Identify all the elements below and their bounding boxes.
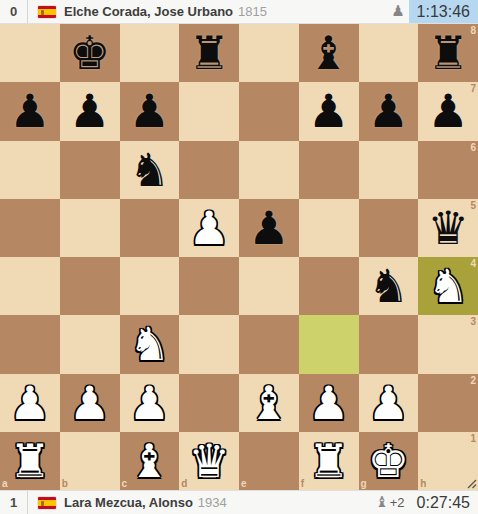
bottom-player-clock: 0:27:45 <box>409 491 478 514</box>
square-d4[interactable] <box>179 257 239 315</box>
square-c4[interactable] <box>120 257 180 315</box>
square-d1[interactable]: ♛d <box>179 432 239 490</box>
white-pawn: ♟ <box>368 380 409 426</box>
black-pawn: ♟ <box>248 205 289 251</box>
material-advantage: +2 <box>390 496 405 509</box>
square-f4[interactable] <box>299 257 359 315</box>
square-d3[interactable] <box>179 315 239 373</box>
white-bishop: ♝ <box>248 380 289 426</box>
square-f1[interactable]: ♜f <box>299 432 359 490</box>
square-e6[interactable] <box>239 141 299 199</box>
square-e2[interactable]: ♝ <box>239 374 299 432</box>
square-h6[interactable]: 6 <box>418 141 478 199</box>
rank-label: 6 <box>470 143 476 153</box>
square-f7[interactable]: ♟ <box>299 82 359 140</box>
bottom-player-score: 1 <box>0 491 28 514</box>
square-g2[interactable]: ♟ <box>359 374 419 432</box>
file-label: a <box>2 479 8 489</box>
bottom-player-bar: 1 Lara Mezcua, Alonso 1934 ♝+2 0:27:45 <box>0 490 478 514</box>
square-a4[interactable] <box>0 257 60 315</box>
top-player-bar: 0 Elche Corada, Jose Urbano 1815 ♟ 1:13:… <box>0 0 478 24</box>
top-player-clock: 1:13:46 <box>409 0 478 23</box>
square-e8[interactable] <box>239 24 299 82</box>
top-player-rating: 1815 <box>238 4 267 19</box>
square-d8[interactable]: ♜ <box>179 24 239 82</box>
square-g6[interactable] <box>359 141 419 199</box>
square-b5[interactable] <box>60 199 120 257</box>
square-b8[interactable]: ♚ <box>60 24 120 82</box>
white-pawn: ♟ <box>129 380 170 426</box>
file-label: h <box>420 479 426 489</box>
square-g4[interactable]: ♞ <box>359 257 419 315</box>
square-f5[interactable] <box>299 199 359 257</box>
square-b4[interactable] <box>60 257 120 315</box>
square-g7[interactable]: ♟ <box>359 82 419 140</box>
black-pawn: ♟ <box>9 88 50 134</box>
square-g3[interactable] <box>359 315 419 373</box>
square-g5[interactable] <box>359 199 419 257</box>
square-c2[interactable]: ♟ <box>120 374 180 432</box>
square-a3[interactable] <box>0 315 60 373</box>
square-e1[interactable]: e <box>239 432 299 490</box>
white-queen: ♛ <box>189 438 230 484</box>
rank-label: 7 <box>470 84 476 94</box>
white-rook: ♜ <box>9 438 50 484</box>
top-player-name: Elche Corada, Jose Urbano <box>64 4 233 19</box>
file-label: b <box>62 479 68 489</box>
black-pawn: ♟ <box>129 88 170 134</box>
black-pawn: ♟ <box>69 88 110 134</box>
white-knight: ♞ <box>129 321 170 367</box>
black-knight: ♞ <box>368 263 409 309</box>
square-c7[interactable]: ♟ <box>120 82 180 140</box>
square-h3[interactable]: 3 <box>418 315 478 373</box>
square-e5[interactable]: ♟ <box>239 199 299 257</box>
file-label: c <box>122 479 128 489</box>
rank-label: 4 <box>470 259 476 269</box>
square-b1[interactable]: b <box>60 432 120 490</box>
square-a8[interactable] <box>0 24 60 82</box>
bottom-player-name: Lara Mezcua, Alonso <box>64 495 193 510</box>
bishop-icon: ♝+2 <box>375 495 404 510</box>
square-e3[interactable] <box>239 315 299 373</box>
square-d6[interactable] <box>179 141 239 199</box>
rank-label: 2 <box>470 376 476 386</box>
square-c8[interactable] <box>120 24 180 82</box>
square-a2[interactable]: ♟ <box>0 374 60 432</box>
white-pawn: ♟ <box>308 380 349 426</box>
flag-emblem <box>41 501 44 506</box>
square-f6[interactable] <box>299 141 359 199</box>
white-bishop: ♝ <box>129 438 170 484</box>
white-pawn: ♟ <box>9 380 50 426</box>
bottom-player-rating: 1934 <box>198 495 227 510</box>
square-a5[interactable] <box>0 199 60 257</box>
square-c6[interactable]: ♞ <box>120 141 180 199</box>
black-bishop: ♝ <box>308 30 349 76</box>
square-c1[interactable]: ♝c <box>120 432 180 490</box>
square-d7[interactable] <box>179 82 239 140</box>
rank-label: 1 <box>470 434 476 444</box>
square-a7[interactable]: ♟ <box>0 82 60 140</box>
file-label: g <box>361 479 367 489</box>
white-rook: ♜ <box>308 438 349 484</box>
square-a1[interactable]: ♜a <box>0 432 60 490</box>
white-king: ♚ <box>368 438 409 484</box>
black-pawn: ♟ <box>428 88 469 134</box>
flag-emblem <box>41 10 44 15</box>
white-pawn: ♟ <box>189 205 230 251</box>
chess-board[interactable]: ♚♜♝♜8♟♟♟♟♟♟7♞6♟♟♛5♞♞4♞3♟♟♟♝♟♟2♜ab♝c♛de♜f… <box>0 24 478 490</box>
rank-label: 3 <box>470 317 476 327</box>
square-b6[interactable] <box>60 141 120 199</box>
square-h8[interactable]: ♜8 <box>418 24 478 82</box>
white-pawn: ♟ <box>69 380 110 426</box>
square-g1[interactable]: ♚g <box>359 432 419 490</box>
black-rook: ♜ <box>189 30 230 76</box>
rank-label: 5 <box>470 201 476 211</box>
square-g8[interactable] <box>359 24 419 82</box>
square-b7[interactable]: ♟ <box>60 82 120 140</box>
pawn-icon: ♟ <box>391 4 404 19</box>
spain-flag-icon <box>38 497 56 509</box>
square-f2[interactable]: ♟ <box>299 374 359 432</box>
black-rook: ♜ <box>428 30 469 76</box>
spain-flag-icon <box>38 6 56 18</box>
square-h7[interactable]: ♟7 <box>418 82 478 140</box>
square-e4[interactable] <box>239 257 299 315</box>
board-resize-handle[interactable] <box>466 478 477 489</box>
square-b2[interactable]: ♟ <box>60 374 120 432</box>
file-label: f <box>301 479 304 489</box>
rank-label: 8 <box>470 26 476 36</box>
square-c5[interactable] <box>120 199 180 257</box>
black-knight: ♞ <box>129 147 170 193</box>
file-label: d <box>181 479 187 489</box>
square-c3[interactable]: ♞ <box>120 315 180 373</box>
square-b3[interactable] <box>60 315 120 373</box>
black-pawn: ♟ <box>308 88 349 134</box>
square-h5[interactable]: ♛5 <box>418 199 478 257</box>
square-e7[interactable] <box>239 82 299 140</box>
square-f3[interactable] <box>299 315 359 373</box>
square-h2[interactable]: 2 <box>418 374 478 432</box>
chess-broadcast-app: 0 Elche Corada, Jose Urbano 1815 ♟ 1:13:… <box>0 0 478 514</box>
black-pawn: ♟ <box>368 88 409 134</box>
black-king: ♚ <box>69 30 110 76</box>
square-h4[interactable]: ♞4 <box>418 257 478 315</box>
black-queen: ♛ <box>428 205 469 251</box>
square-a6[interactable] <box>0 141 60 199</box>
square-f8[interactable]: ♝ <box>299 24 359 82</box>
square-d5[interactable]: ♟ <box>179 199 239 257</box>
white-knight: ♞ <box>428 263 469 309</box>
file-label: e <box>241 479 247 489</box>
square-d2[interactable] <box>179 374 239 432</box>
top-player-score: 0 <box>0 0 28 23</box>
